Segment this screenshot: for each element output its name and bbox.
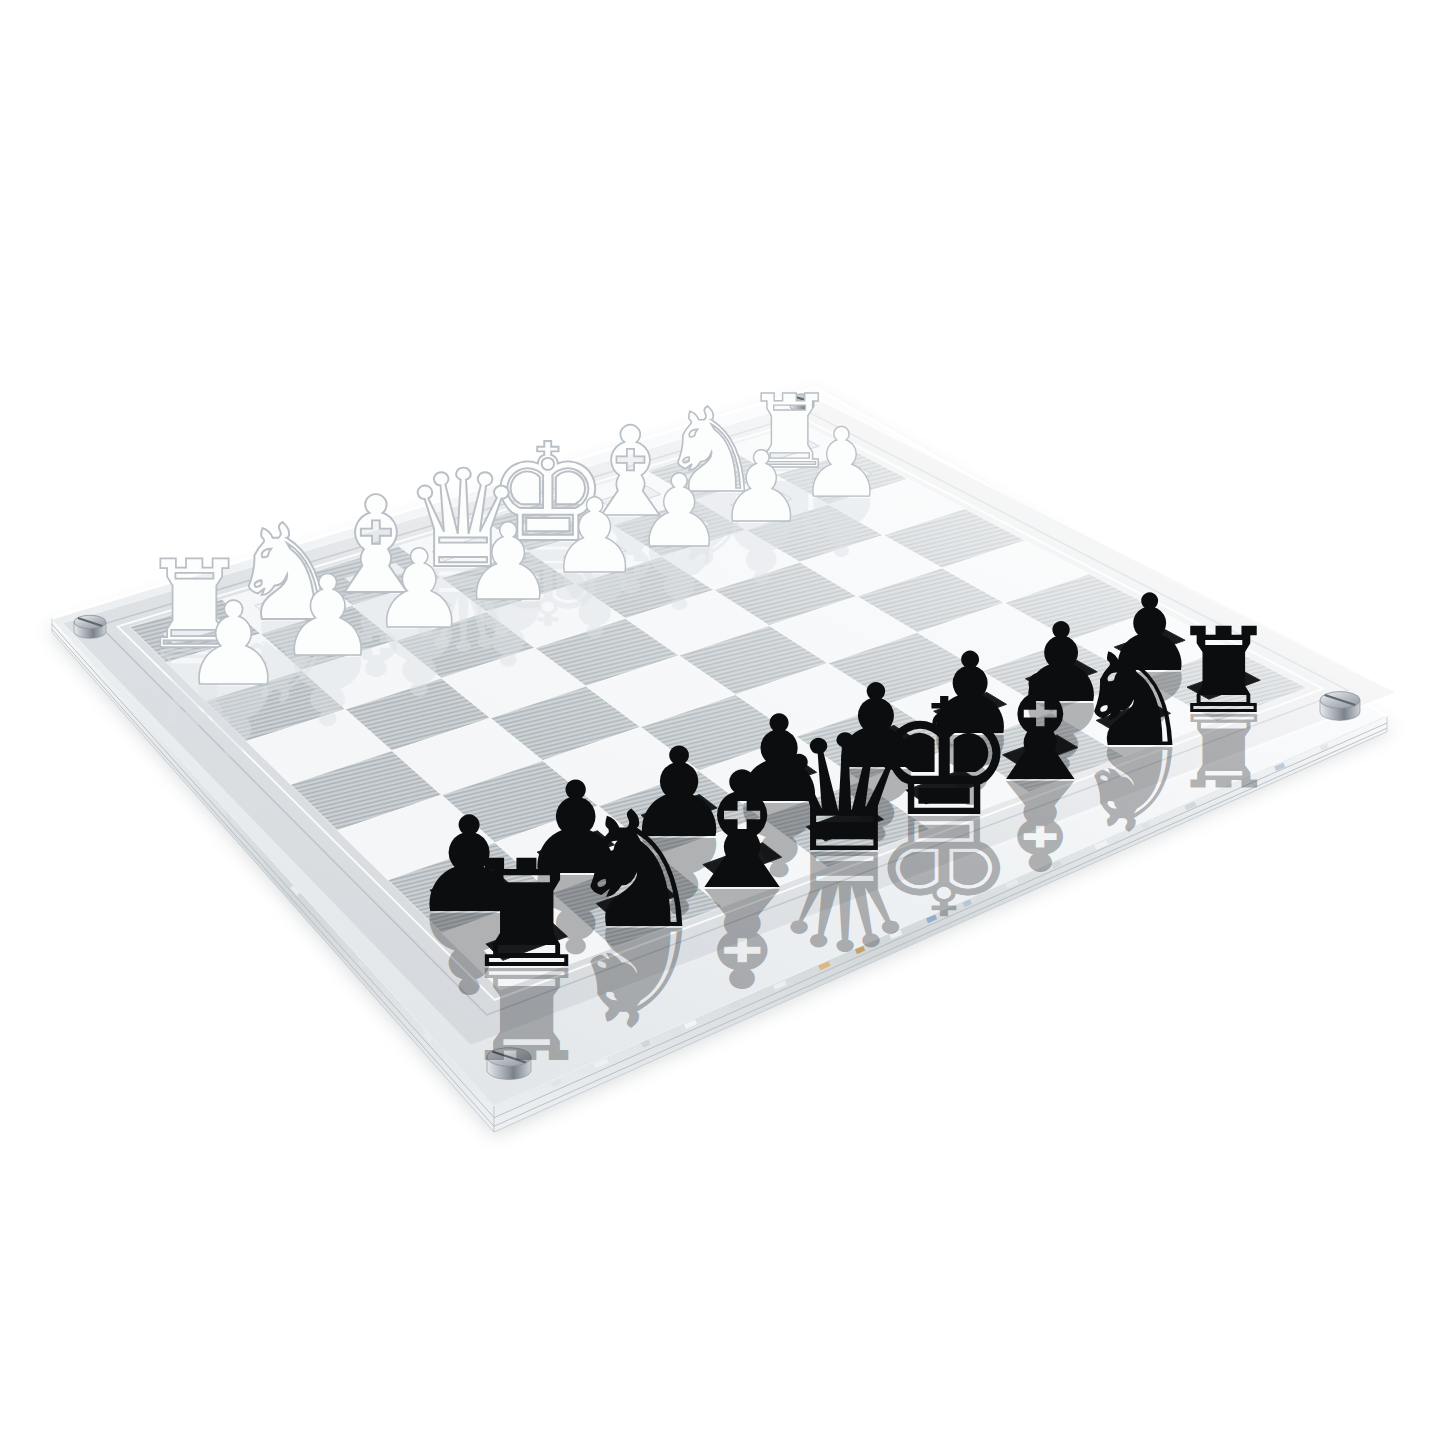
board-layers: ♜♜♞♞♟♟♝♝♟♟♚♚♟♟♛♛♟♟♝♝♟♟♞♞♟♟♜♜♟♟♟♟♟♟♟♟♜♜♟♟…: [48, 373, 1402, 1136]
piece-white-pawn-f2[interactable]: ♟♟: [634, 453, 724, 627]
piece-white-pawn-a2[interactable]: ♟♟: [182, 577, 285, 777]
corner-standoff-right: [1320, 692, 1360, 721]
piece-glyph: ♟: [182, 577, 285, 711]
piece-glyph: ♟: [634, 453, 724, 570]
piece-glyph: ♜: [460, 828, 593, 1001]
piece-white-pawn-h2[interactable]: ♟♟: [799, 408, 884, 573]
piece-glyph: ♟: [549, 476, 641, 596]
piece-glyph: ♟: [718, 430, 806, 544]
piece-glyph: ♟: [278, 551, 378, 681]
piece-white-pawn-d2[interactable]: ♟♟: [461, 501, 556, 684]
pieces-layer: ♜♜♞♞♟♟♝♝♟♟♚♚♟♟♛♛♟♟♝♝♟♟♞♞♟♟♜♜♟♟♟♟♟♟♟♟♜♜♟♟…: [140, 373, 1276, 1085]
acrylic-chess-set-photo: ♜♜♞♞♟♟♝♝♟♟♚♚♟♟♛♛♟♟♝♝♟♟♞♞♟♟♜♜♟♟♟♟♟♟♟♟♜♜♟♟…: [0, 0, 1445, 1445]
piece-glyph: ♟: [799, 408, 884, 518]
piece-black-rook-a8[interactable]: ♜♜: [460, 828, 593, 1085]
piece-white-pawn-g2[interactable]: ♟♟: [718, 430, 806, 600]
piece-white-pawn-c2[interactable]: ♟♟: [370, 526, 467, 715]
piece-glyph: ♟: [370, 526, 467, 653]
piece-white-pawn-e2[interactable]: ♟♟: [549, 476, 641, 656]
chessboard: ♜♜♞♞♟♟♝♝♟♟♚♚♟♟♛♛♟♟♝♝♟♟♞♞♟♟♜♜♟♟♟♟♟♟♟♟♜♜♟♟…: [0, 0, 1445, 1445]
corner-standoff-left: [74, 615, 106, 638]
piece-white-pawn-b2[interactable]: ♟♟: [278, 551, 378, 745]
piece-glyph: ♟: [461, 501, 556, 624]
